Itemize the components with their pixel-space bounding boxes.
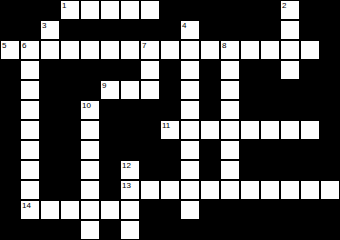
block-cell <box>200 220 220 240</box>
block-cell <box>200 100 220 120</box>
cell-r9c1[interactable] <box>20 180 40 200</box>
clue-number: 3 <box>42 21 46 30</box>
clue-number: 5 <box>2 41 6 50</box>
block-cell <box>180 0 200 20</box>
block-cell <box>220 220 240 240</box>
clue-number: 13 <box>122 181 131 190</box>
block-cell <box>320 200 340 220</box>
block-cell <box>180 220 200 240</box>
block-cell <box>220 20 240 40</box>
block-cell <box>300 160 320 180</box>
cell-r9c14[interactable] <box>280 180 300 200</box>
cell-r8c11[interactable] <box>220 160 240 180</box>
cell-r10c1[interactable]: 14 <box>20 200 40 220</box>
cell-r8c1[interactable] <box>20 160 40 180</box>
cell-r11c4[interactable] <box>80 220 100 240</box>
block-cell <box>100 100 120 120</box>
block-cell <box>20 20 40 40</box>
cell-r2c5[interactable] <box>100 40 120 60</box>
cell-r0c6[interactable] <box>120 0 140 20</box>
cell-r3c14[interactable] <box>280 60 300 80</box>
block-cell <box>100 180 120 200</box>
clue-number: 11 <box>162 121 170 130</box>
block-cell <box>160 220 180 240</box>
cell-r2c8[interactable] <box>160 40 180 60</box>
block-cell <box>100 120 120 140</box>
block-cell <box>280 140 300 160</box>
cell-r9c10[interactable] <box>200 180 220 200</box>
clue-number: 14 <box>22 201 31 210</box>
block-cell <box>140 20 160 40</box>
block-cell <box>0 160 20 180</box>
block-cell <box>60 100 80 120</box>
block-cell <box>220 0 240 20</box>
block-cell <box>160 200 180 220</box>
cell-r6c12[interactable] <box>240 120 260 140</box>
cell-r2c12[interactable] <box>240 40 260 60</box>
cell-r4c5[interactable]: 9 <box>100 80 120 100</box>
cell-r0c14[interactable]: 2 <box>280 0 300 20</box>
block-cell <box>120 120 140 140</box>
cell-r2c13[interactable] <box>260 40 280 60</box>
cell-r4c6[interactable] <box>120 80 140 100</box>
block-cell <box>80 60 100 80</box>
cell-r3c7[interactable] <box>140 60 160 80</box>
cell-r6c4[interactable] <box>80 120 100 140</box>
block-cell <box>300 140 320 160</box>
block-cell <box>260 200 280 220</box>
cell-r5c1[interactable] <box>20 100 40 120</box>
block-cell <box>0 60 20 80</box>
cell-r3c9[interactable] <box>180 60 200 80</box>
cell-r0c5[interactable] <box>100 0 120 20</box>
block-cell <box>320 20 340 40</box>
block-cell <box>260 220 280 240</box>
block-cell <box>240 200 260 220</box>
block-cell <box>140 120 160 140</box>
block-cell <box>260 60 280 80</box>
block-cell <box>260 20 280 40</box>
cell-r5c4[interactable]: 10 <box>80 100 100 120</box>
block-cell <box>160 0 180 20</box>
cell-r4c11[interactable] <box>220 80 240 100</box>
cell-r9c12[interactable] <box>240 180 260 200</box>
block-cell <box>200 0 220 20</box>
block-cell <box>320 100 340 120</box>
block-cell <box>0 0 20 20</box>
block-cell <box>320 60 340 80</box>
block-cell <box>240 160 260 180</box>
cell-r5c9[interactable] <box>180 100 200 120</box>
block-cell <box>60 20 80 40</box>
block-cell <box>260 100 280 120</box>
block-cell <box>280 100 300 120</box>
block-cell <box>280 80 300 100</box>
block-cell <box>0 100 20 120</box>
block-cell <box>40 80 60 100</box>
crossword-board: 1234567891011121314 <box>0 0 340 240</box>
cell-r8c4[interactable] <box>80 160 100 180</box>
cell-r10c2[interactable] <box>40 200 60 220</box>
block-cell <box>240 80 260 100</box>
block-cell <box>60 160 80 180</box>
block-cell <box>240 20 260 40</box>
block-cell <box>260 80 280 100</box>
block-cell <box>200 160 220 180</box>
block-cell <box>320 40 340 60</box>
block-cell <box>240 0 260 20</box>
block-cell <box>320 160 340 180</box>
block-cell <box>160 160 180 180</box>
block-cell <box>240 220 260 240</box>
cell-r7c4[interactable] <box>80 140 100 160</box>
block-cell <box>240 140 260 160</box>
block-cell <box>40 100 60 120</box>
block-cell <box>120 100 140 120</box>
cell-r4c9[interactable] <box>180 80 200 100</box>
block-cell <box>0 80 20 100</box>
clue-number: 4 <box>182 21 186 30</box>
cell-r7c9[interactable] <box>180 140 200 160</box>
block-cell <box>260 140 280 160</box>
cell-r2c14[interactable] <box>280 40 300 60</box>
block-cell <box>320 140 340 160</box>
cell-r6c11[interactable] <box>220 120 240 140</box>
block-cell <box>60 80 80 100</box>
cell-r1c2[interactable]: 3 <box>40 20 60 40</box>
cell-r6c1[interactable] <box>20 120 40 140</box>
cell-r10c4[interactable] <box>80 200 100 220</box>
cell-r9c11[interactable] <box>220 180 240 200</box>
cell-r0c3[interactable]: 1 <box>60 0 80 20</box>
cell-r0c4[interactable] <box>80 0 100 20</box>
block-cell <box>80 80 100 100</box>
cell-r10c3[interactable] <box>60 200 80 220</box>
cell-r9c6[interactable]: 13 <box>120 180 140 200</box>
cell-r9c7[interactable] <box>140 180 160 200</box>
block-cell <box>320 220 340 240</box>
block-cell <box>40 0 60 20</box>
block-cell <box>280 200 300 220</box>
cell-r7c1[interactable] <box>20 140 40 160</box>
cell-r2c9[interactable] <box>180 40 200 60</box>
cell-r3c1[interactable] <box>20 60 40 80</box>
cell-r4c7[interactable] <box>140 80 160 100</box>
block-cell <box>160 80 180 100</box>
block-cell <box>300 20 320 40</box>
cell-r2c7[interactable]: 7 <box>140 40 160 60</box>
block-cell <box>200 140 220 160</box>
cell-r6c10[interactable] <box>200 120 220 140</box>
clue-number: 10 <box>82 101 91 110</box>
block-cell <box>100 160 120 180</box>
cell-r2c10[interactable] <box>200 40 220 60</box>
block-cell <box>200 80 220 100</box>
block-cell <box>60 120 80 140</box>
block-cell <box>100 140 120 160</box>
cell-r9c13[interactable] <box>260 180 280 200</box>
block-cell <box>0 20 20 40</box>
block-cell <box>320 0 340 20</box>
cell-r6c9[interactable] <box>180 120 200 140</box>
block-cell <box>40 60 60 80</box>
cell-r3c11[interactable] <box>220 60 240 80</box>
block-cell <box>280 220 300 240</box>
cell-r5c11[interactable] <box>220 100 240 120</box>
block-cell <box>160 100 180 120</box>
cell-r2c3[interactable] <box>60 40 80 60</box>
block-cell <box>100 20 120 40</box>
cell-r0c7[interactable] <box>140 0 160 20</box>
block-cell <box>60 140 80 160</box>
block-cell <box>260 0 280 20</box>
cell-r6c8[interactable]: 11 <box>160 120 180 140</box>
cell-r6c13[interactable] <box>260 120 280 140</box>
block-cell <box>140 220 160 240</box>
block-cell <box>200 200 220 220</box>
block-cell <box>100 220 120 240</box>
cell-r2c6[interactable] <box>120 40 140 60</box>
block-cell <box>0 180 20 200</box>
cell-r2c11[interactable]: 8 <box>220 40 240 60</box>
block-cell <box>100 60 120 80</box>
block-cell <box>140 140 160 160</box>
block-cell <box>0 200 20 220</box>
cell-r4c1[interactable] <box>20 80 40 100</box>
cell-r9c4[interactable] <box>80 180 100 200</box>
block-cell <box>40 120 60 140</box>
cell-r9c9[interactable] <box>180 180 200 200</box>
block-cell <box>220 200 240 220</box>
clue-number: 6 <box>22 41 26 50</box>
cell-r2c1[interactable]: 6 <box>20 40 40 60</box>
cell-r1c9[interactable]: 4 <box>180 20 200 40</box>
clue-number: 7 <box>142 41 146 50</box>
block-cell <box>300 0 320 20</box>
block-cell <box>160 20 180 40</box>
block-cell <box>260 160 280 180</box>
block-cell <box>80 20 100 40</box>
cell-r2c2[interactable] <box>40 40 60 60</box>
block-cell <box>60 180 80 200</box>
cell-r2c15[interactable] <box>300 40 320 60</box>
clue-number: 2 <box>282 1 286 10</box>
cell-r10c9[interactable] <box>180 200 200 220</box>
block-cell <box>40 140 60 160</box>
block-cell <box>20 220 40 240</box>
block-cell <box>160 140 180 160</box>
block-cell <box>300 220 320 240</box>
block-cell <box>120 140 140 160</box>
cell-r8c6[interactable]: 12 <box>120 160 140 180</box>
block-cell <box>140 200 160 220</box>
block-cell <box>20 0 40 20</box>
clue-number: 1 <box>62 1 66 10</box>
block-cell <box>240 60 260 80</box>
clue-number: 9 <box>102 81 106 90</box>
cell-r6c14[interactable] <box>280 120 300 140</box>
cell-r7c11[interactable] <box>220 140 240 160</box>
block-cell <box>60 60 80 80</box>
block-cell <box>300 200 320 220</box>
block-cell <box>40 160 60 180</box>
block-cell <box>0 220 20 240</box>
block-cell <box>40 180 60 200</box>
block-cell <box>300 80 320 100</box>
block-cell <box>200 20 220 40</box>
block-cell <box>160 60 180 80</box>
cell-r6c15[interactable] <box>300 120 320 140</box>
block-cell <box>140 100 160 120</box>
block-cell <box>120 60 140 80</box>
cell-r1c14[interactable] <box>280 20 300 40</box>
cell-r2c4[interactable] <box>80 40 100 60</box>
block-cell <box>300 60 320 80</box>
block-cell <box>320 120 340 140</box>
block-cell <box>240 100 260 120</box>
block-cell <box>60 220 80 240</box>
cell-r2c0[interactable]: 5 <box>0 40 20 60</box>
block-cell <box>0 140 20 160</box>
block-cell <box>140 160 160 180</box>
block-cell <box>300 100 320 120</box>
cell-r10c5[interactable] <box>100 200 120 220</box>
block-cell <box>120 20 140 40</box>
cell-r9c8[interactable] <box>160 180 180 200</box>
block-cell <box>40 220 60 240</box>
clue-number: 12 <box>122 161 131 170</box>
clue-number: 8 <box>222 41 226 50</box>
block-cell <box>280 160 300 180</box>
cell-r10c6[interactable] <box>120 200 140 220</box>
cell-r9c16[interactable] <box>320 180 340 200</box>
block-cell <box>200 60 220 80</box>
block-cell <box>0 120 20 140</box>
block-cell <box>320 80 340 100</box>
cell-r8c9[interactable] <box>180 160 200 180</box>
cell-r11c6[interactable] <box>120 220 140 240</box>
cell-r9c15[interactable] <box>300 180 320 200</box>
